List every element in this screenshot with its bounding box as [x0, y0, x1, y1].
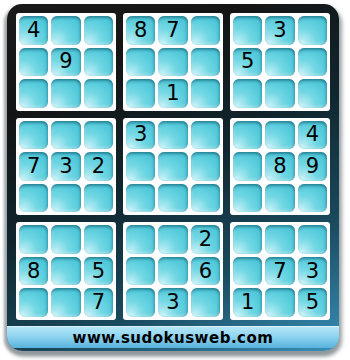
box-0: 49	[16, 13, 116, 111]
cell-r8c7[interactable]	[233, 257, 262, 286]
digit: 1	[241, 292, 254, 313]
cell-r9c9[interactable]: 5	[298, 288, 327, 317]
cell-r6c7[interactable]	[233, 184, 262, 213]
cell-r9c7[interactable]: 1	[233, 288, 262, 317]
cell-r9c3[interactable]: 7	[84, 288, 113, 317]
box-4: 3	[123, 118, 223, 216]
cell-r9c8[interactable]	[265, 288, 294, 317]
cell-r1c6[interactable]	[191, 16, 220, 45]
box-8: 7315	[230, 222, 330, 320]
digit: 7	[166, 20, 179, 41]
box-1: 871	[123, 13, 223, 111]
cell-r4c5[interactable]	[158, 121, 187, 150]
digit: 2	[199, 229, 212, 250]
cell-r9c2[interactable]	[51, 288, 80, 317]
cell-r4c8[interactable]	[265, 121, 294, 150]
cell-r1c9[interactable]	[298, 16, 327, 45]
digit: 5	[92, 261, 105, 282]
digit: 6	[199, 261, 212, 282]
digit: 9	[59, 51, 72, 72]
cell-r2c1[interactable]	[19, 48, 48, 77]
sudoku-board: 498713573234898572637315	[7, 4, 339, 326]
cell-r4c1[interactable]	[19, 121, 48, 150]
digit: 3	[273, 20, 286, 41]
cell-r4c4[interactable]: 3	[126, 121, 155, 150]
cell-r5c7[interactable]	[233, 152, 262, 181]
cell-r8c1[interactable]: 8	[19, 257, 48, 286]
cell-r4c6[interactable]	[191, 121, 220, 150]
cell-r1c5[interactable]: 7	[158, 16, 187, 45]
cell-r9c1[interactable]	[19, 288, 48, 317]
box-7: 263	[123, 222, 223, 320]
cell-r6c4[interactable]	[126, 184, 155, 213]
cell-r3c1[interactable]	[19, 79, 48, 108]
cell-r8c2[interactable]	[51, 257, 80, 286]
cell-r2c7[interactable]: 5	[233, 48, 262, 77]
cell-r3c2[interactable]	[51, 79, 80, 108]
cell-r1c4[interactable]: 8	[126, 16, 155, 45]
digit: 4	[306, 124, 319, 145]
cell-r3c7[interactable]	[233, 79, 262, 108]
cell-r3c5[interactable]: 1	[158, 79, 187, 108]
cell-r3c6[interactable]	[191, 79, 220, 108]
cell-r5c4[interactable]	[126, 152, 155, 181]
cell-r1c8[interactable]: 3	[265, 16, 294, 45]
box-3: 732	[16, 118, 116, 216]
digit: 7	[27, 156, 40, 177]
cell-r7c9[interactable]	[298, 225, 327, 254]
cell-r6c5[interactable]	[158, 184, 187, 213]
digit: 3	[306, 261, 319, 282]
digit: 3	[166, 292, 179, 313]
digit: 3	[59, 156, 72, 177]
box-2: 35	[230, 13, 330, 111]
cell-r9c6[interactable]	[191, 288, 220, 317]
cell-r5c5[interactable]	[158, 152, 187, 181]
cell-r1c7[interactable]	[233, 16, 262, 45]
cell-r4c9[interactable]: 4	[298, 121, 327, 150]
cell-r8c4[interactable]	[126, 257, 155, 286]
cell-r2c9[interactable]	[298, 48, 327, 77]
cell-r5c6[interactable]	[191, 152, 220, 181]
cell-r8c5[interactable]	[158, 257, 187, 286]
digit: 8	[134, 20, 147, 41]
digit: 5	[306, 292, 319, 313]
cell-r8c9[interactable]: 3	[298, 257, 327, 286]
cell-r1c3[interactable]	[84, 16, 113, 45]
digit: 3	[134, 124, 147, 145]
cell-r6c8[interactable]	[265, 184, 294, 213]
cell-r3c8[interactable]	[265, 79, 294, 108]
site-url: www.sudokusweb.com	[73, 329, 274, 347]
cell-r2c5[interactable]	[158, 48, 187, 77]
cell-r5c2[interactable]: 3	[51, 152, 80, 181]
cell-r3c3[interactable]	[84, 79, 113, 108]
cell-r3c9[interactable]	[298, 79, 327, 108]
digit: 2	[92, 156, 105, 177]
cell-r2c2[interactable]: 9	[51, 48, 80, 77]
footer-bar: www.sudokusweb.com	[7, 326, 339, 348]
digit: 8	[27, 261, 40, 282]
cell-r7c8[interactable]	[265, 225, 294, 254]
cell-r6c1[interactable]	[19, 184, 48, 213]
cell-r7c2[interactable]	[51, 225, 80, 254]
cell-r6c6[interactable]	[191, 184, 220, 213]
digit: 1	[166, 83, 179, 104]
cell-r8c6[interactable]: 6	[191, 257, 220, 286]
digit: 7	[273, 261, 286, 282]
cell-r5c3[interactable]: 2	[84, 152, 113, 181]
cell-r2c4[interactable]	[126, 48, 155, 77]
cell-r7c5[interactable]	[158, 225, 187, 254]
cell-r8c8[interactable]: 7	[265, 257, 294, 286]
digit: 4	[27, 20, 40, 41]
box-6: 857	[16, 222, 116, 320]
cell-r7c7[interactable]	[233, 225, 262, 254]
sudoku-frame: 498713573234898572637315 www.sudokusweb.…	[7, 4, 339, 351]
cell-r6c3[interactable]	[84, 184, 113, 213]
cell-r2c6[interactable]	[191, 48, 220, 77]
cell-r7c3[interactable]	[84, 225, 113, 254]
cell-r7c4[interactable]	[126, 225, 155, 254]
cell-r7c6[interactable]: 2	[191, 225, 220, 254]
cell-r3c4[interactable]	[126, 79, 155, 108]
cell-r6c2[interactable]	[51, 184, 80, 213]
digit: 8	[273, 156, 286, 177]
cell-r8c3[interactable]: 5	[84, 257, 113, 286]
cell-r5c8[interactable]: 8	[265, 152, 294, 181]
digit: 7	[92, 292, 105, 313]
cell-r4c2[interactable]	[51, 121, 80, 150]
cell-r4c7[interactable]	[233, 121, 262, 150]
cell-r1c1[interactable]: 4	[19, 16, 48, 45]
cell-r1c2[interactable]	[51, 16, 80, 45]
cell-r5c9[interactable]: 9	[298, 152, 327, 181]
cell-r7c1[interactable]	[19, 225, 48, 254]
box-5: 489	[230, 118, 330, 216]
cell-r2c3[interactable]	[84, 48, 113, 77]
digit: 5	[241, 51, 254, 72]
digit: 9	[306, 156, 319, 177]
cell-r6c9[interactable]	[298, 184, 327, 213]
cell-r4c3[interactable]	[84, 121, 113, 150]
cell-r9c5[interactable]: 3	[158, 288, 187, 317]
cell-r2c8[interactable]	[265, 48, 294, 77]
cell-r5c1[interactable]: 7	[19, 152, 48, 181]
cell-r9c4[interactable]	[126, 288, 155, 317]
